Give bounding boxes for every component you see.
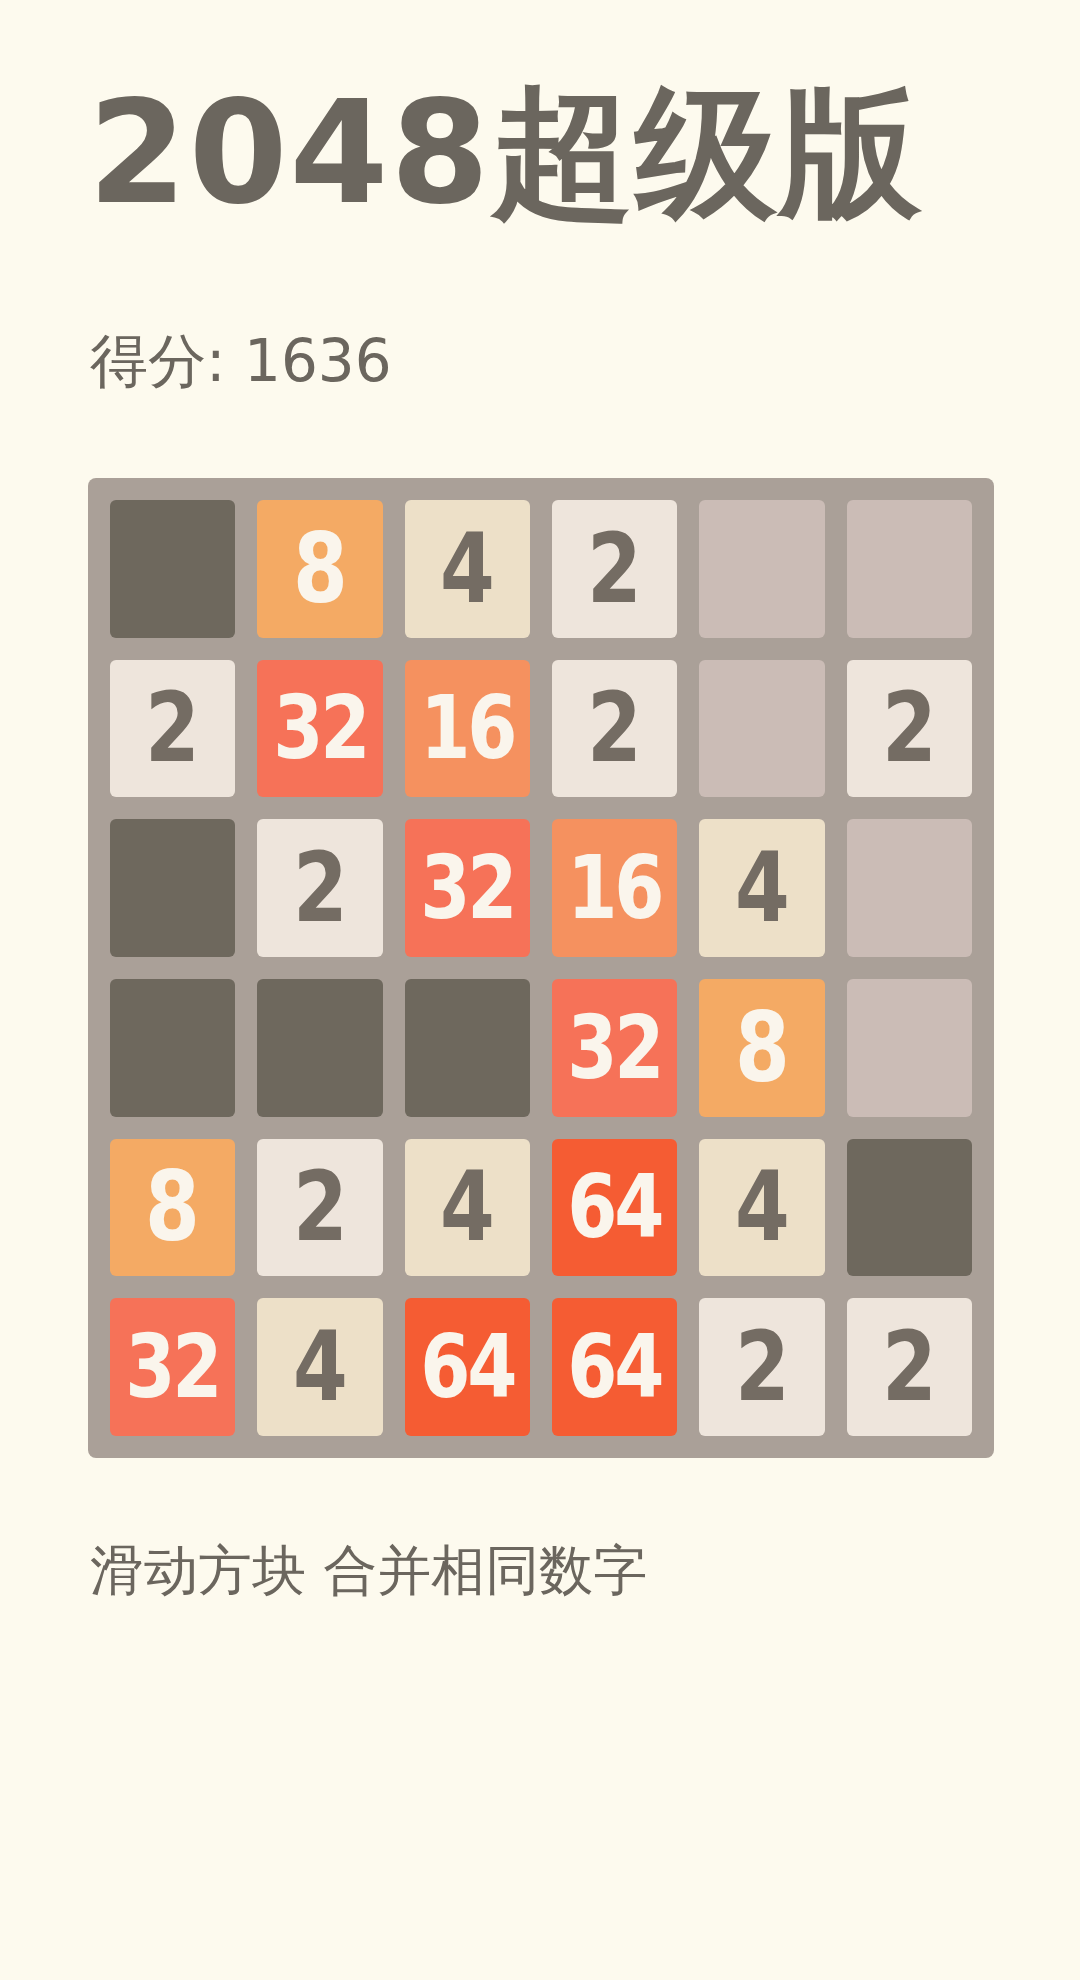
empty-cell-r2c5 [699, 660, 824, 798]
tile-32-r2c2: 32 [257, 660, 382, 798]
tile-number: 2 [587, 680, 642, 776]
tile-number: 4 [440, 521, 495, 617]
tile-number: 2 [293, 840, 348, 936]
tile-16-r2c3: 16 [405, 660, 530, 798]
empty-cell-r1c5 [699, 500, 824, 638]
tile-number: 2 [587, 521, 642, 617]
instruction-text: 滑动方块 合并相同数字 [90, 1538, 647, 1604]
board[interactable]: 8422321622232164328824644324646422 [88, 478, 994, 1458]
tile-number: 8 [293, 521, 348, 617]
tile-64-r6c3: 64 [405, 1298, 530, 1436]
tile-number: 64 [568, 1323, 662, 1411]
tile-2-r5c2: 2 [257, 1139, 382, 1277]
tile-number: 4 [735, 1159, 790, 1255]
tile-16-r3c4: 16 [552, 819, 677, 957]
tile-number: 2 [735, 1319, 790, 1415]
tile-4-r5c5: 4 [699, 1139, 824, 1277]
tile-2-r1c4: 2 [552, 500, 677, 638]
tile-8-r5c1: 8 [110, 1139, 235, 1277]
tile-number: 32 [273, 684, 367, 772]
tile-64-r5c4: 64 [552, 1139, 677, 1277]
tile-8-r4c5: 8 [699, 979, 824, 1117]
tile-number: 64 [420, 1323, 514, 1411]
score-line: 得分: 1636 [90, 326, 392, 396]
empty-cell-r1c6 [847, 500, 972, 638]
tile-number: 8 [145, 1159, 200, 1255]
tile-number: 2 [293, 1159, 348, 1255]
empty-cell-r4c6 [847, 979, 972, 1117]
tile-number: 16 [420, 684, 514, 772]
tile-number: 32 [420, 844, 514, 932]
tile-8-r1c2: 8 [257, 500, 382, 638]
score-label: 得分 [90, 327, 206, 395]
tile-number: 2 [145, 680, 200, 776]
tile-number: 64 [568, 1163, 662, 1251]
tile-2-r2c1: 2 [110, 660, 235, 798]
page-title: 2048超级版 [88, 78, 923, 228]
tile-2-r6c5: 2 [699, 1298, 824, 1436]
obstacle-tile-r5c6 [847, 1139, 972, 1277]
score-separator: : [206, 327, 244, 395]
tile-number: 16 [568, 844, 662, 932]
tile-number: 32 [126, 1323, 220, 1411]
tile-4-r1c3: 4 [405, 500, 530, 638]
empty-cell-r3c6 [847, 819, 972, 957]
tile-number: 2 [882, 680, 937, 776]
obstacle-tile-r3c1 [110, 819, 235, 957]
obstacle-tile-r4c2 [257, 979, 382, 1117]
tile-number: 4 [735, 840, 790, 936]
tile-2-r2c4: 2 [552, 660, 677, 798]
tile-number: 4 [440, 1159, 495, 1255]
tile-4-r6c2: 4 [257, 1298, 382, 1436]
tile-32-r3c3: 32 [405, 819, 530, 957]
tile-4-r3c5: 4 [699, 819, 824, 957]
obstacle-tile-r4c1 [110, 979, 235, 1117]
tile-32-r6c1: 32 [110, 1298, 235, 1436]
tile-number: 32 [568, 1004, 662, 1092]
tile-number: 4 [293, 1319, 348, 1415]
tile-number: 8 [735, 1000, 790, 1096]
score-value: 1636 [244, 327, 392, 395]
tile-64-r6c4: 64 [552, 1298, 677, 1436]
tile-2-r3c2: 2 [257, 819, 382, 957]
tile-4-r5c3: 4 [405, 1139, 530, 1277]
tile-32-r4c4: 32 [552, 979, 677, 1117]
obstacle-tile-r1c1 [110, 500, 235, 638]
tile-2-r6c6: 2 [847, 1298, 972, 1436]
tile-number: 2 [882, 1319, 937, 1415]
obstacle-tile-r4c3 [405, 979, 530, 1117]
tile-2-r2c6: 2 [847, 660, 972, 798]
